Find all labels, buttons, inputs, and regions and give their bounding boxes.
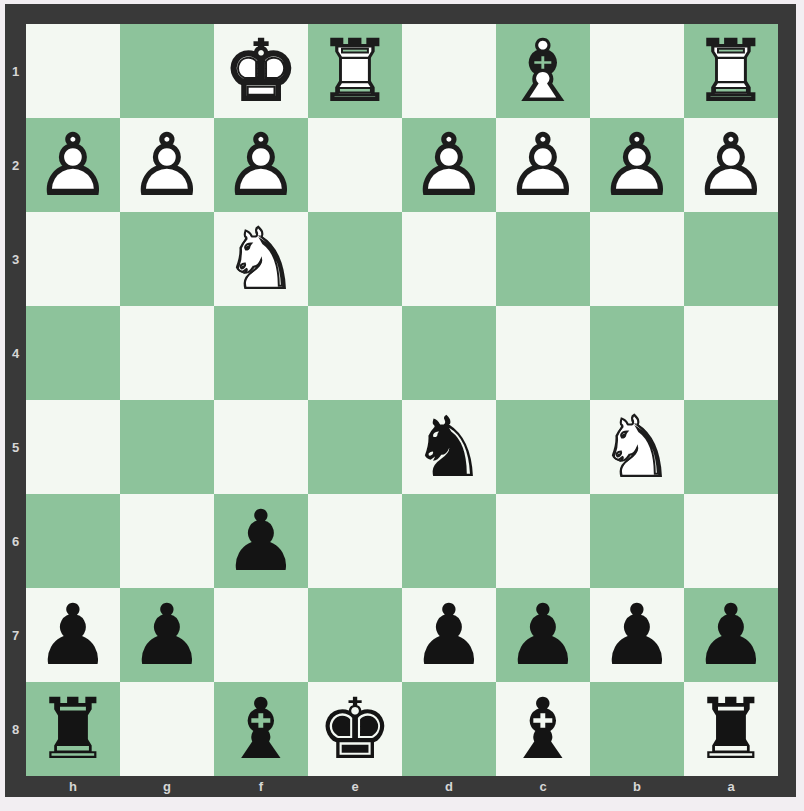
black-pawn-piece[interactable]: ♟ <box>684 588 778 682</box>
black-pawn-piece[interactable]: ♟ <box>402 588 496 682</box>
board: ♚♔♜♖♝♗♜♖♟♙♟♙♟♙♟♙♟♙♟♙♟♙♞♘♞♞♘♟♟♟♟♟♟♟♜♝♚♝♜ <box>26 24 778 776</box>
square-e5[interactable] <box>308 400 402 494</box>
square-g8[interactable] <box>120 682 214 776</box>
piece-fill-glyph: ♟ <box>214 494 308 588</box>
square-g5[interactable] <box>120 400 214 494</box>
piece-outline-glyph: ♖ <box>308 24 402 118</box>
square-h2[interactable]: ♟♙ <box>26 118 120 212</box>
file-label-f: f <box>214 776 308 797</box>
square-b6[interactable] <box>590 494 684 588</box>
rank-label-1: 1 <box>5 24 26 118</box>
rank-label-4: 4 <box>5 306 26 400</box>
piece-fill-glyph: ♜ <box>26 682 120 776</box>
piece-outline-glyph: ♗ <box>496 24 590 118</box>
square-f7[interactable] <box>214 588 308 682</box>
square-a3[interactable] <box>684 212 778 306</box>
square-f2[interactable]: ♟♙ <box>214 118 308 212</box>
square-a4[interactable] <box>684 306 778 400</box>
white-pawn-piece[interactable]: ♟♙ <box>496 118 590 212</box>
white-pawn-piece[interactable]: ♟♙ <box>26 118 120 212</box>
rank-label-5: 5 <box>5 400 26 494</box>
piece-fill-glyph: ♟ <box>496 588 590 682</box>
square-b2[interactable]: ♟♙ <box>590 118 684 212</box>
white-knight-piece[interactable]: ♞♘ <box>590 400 684 494</box>
piece-outline-glyph: ♖ <box>684 24 778 118</box>
piece-fill-glyph: ♟ <box>120 588 214 682</box>
rank-label-3: 3 <box>5 212 26 306</box>
file-label-d: d <box>402 776 496 797</box>
square-d6[interactable] <box>402 494 496 588</box>
square-b8[interactable] <box>590 682 684 776</box>
piece-fill-glyph: ♟ <box>26 588 120 682</box>
square-h8[interactable]: ♜ <box>26 682 120 776</box>
piece-outline-glyph: ♙ <box>214 118 308 212</box>
square-d5[interactable]: ♞ <box>402 400 496 494</box>
piece-fill-glyph: ♚ <box>308 682 402 776</box>
piece-fill-glyph: ♟ <box>684 118 778 212</box>
square-g6[interactable] <box>120 494 214 588</box>
square-h6[interactable] <box>26 494 120 588</box>
square-g1[interactable] <box>120 24 214 118</box>
file-label-g: g <box>120 776 214 797</box>
piece-fill-glyph: ♝ <box>496 24 590 118</box>
rank-label-8: 8 <box>5 682 26 776</box>
square-a1[interactable]: ♜♖ <box>684 24 778 118</box>
black-bishop-piece[interactable]: ♝ <box>214 682 308 776</box>
square-a8[interactable]: ♜ <box>684 682 778 776</box>
piece-fill-glyph: ♚ <box>214 24 308 118</box>
rank-label-7: 7 <box>5 588 26 682</box>
square-e7[interactable] <box>308 588 402 682</box>
rank-label-6: 6 <box>5 494 26 588</box>
square-e3[interactable] <box>308 212 402 306</box>
square-e1[interactable]: ♜♖ <box>308 24 402 118</box>
square-c8[interactable]: ♝ <box>496 682 590 776</box>
white-bishop-piece[interactable]: ♝♗ <box>496 24 590 118</box>
square-c6[interactable] <box>496 494 590 588</box>
square-c7[interactable]: ♟ <box>496 588 590 682</box>
black-pawn-piece[interactable]: ♟ <box>590 588 684 682</box>
square-d8[interactable] <box>402 682 496 776</box>
square-g2[interactable]: ♟♙ <box>120 118 214 212</box>
square-a6[interactable] <box>684 494 778 588</box>
black-rook-piece[interactable]: ♜ <box>684 682 778 776</box>
square-d1[interactable] <box>402 24 496 118</box>
rank-label-2: 2 <box>5 118 26 212</box>
piece-fill-glyph: ♝ <box>214 682 308 776</box>
square-a2[interactable]: ♟♙ <box>684 118 778 212</box>
square-c4[interactable] <box>496 306 590 400</box>
square-g7[interactable]: ♟ <box>120 588 214 682</box>
square-d7[interactable]: ♟ <box>402 588 496 682</box>
file-labels: hgfedcba <box>26 776 778 797</box>
piece-fill-glyph: ♟ <box>214 118 308 212</box>
square-b4[interactable] <box>590 306 684 400</box>
piece-outline-glyph: ♘ <box>214 212 308 306</box>
square-f4[interactable] <box>214 306 308 400</box>
square-e6[interactable] <box>308 494 402 588</box>
square-e2[interactable] <box>308 118 402 212</box>
square-g4[interactable] <box>120 306 214 400</box>
square-f5[interactable] <box>214 400 308 494</box>
white-knight-piece[interactable]: ♞♘ <box>214 212 308 306</box>
square-a7[interactable]: ♟ <box>684 588 778 682</box>
square-a5[interactable] <box>684 400 778 494</box>
piece-outline-glyph: ♙ <box>26 118 120 212</box>
black-pawn-piece[interactable]: ♟ <box>120 588 214 682</box>
square-d2[interactable]: ♟♙ <box>402 118 496 212</box>
black-rook-piece[interactable]: ♜ <box>26 682 120 776</box>
white-rook-piece[interactable]: ♜♖ <box>308 24 402 118</box>
piece-fill-glyph: ♜ <box>684 24 778 118</box>
chess-app-page: 12345678 ♚♔♜♖♝♗♜♖♟♙♟♙♟♙♟♙♟♙♟♙♟♙♞♘♞♞♘♟♟♟♟… <box>0 0 804 811</box>
black-pawn-piece[interactable]: ♟ <box>496 588 590 682</box>
black-bishop-piece[interactable]: ♝ <box>496 682 590 776</box>
square-g3[interactable] <box>120 212 214 306</box>
white-king-piece[interactable]: ♚♔ <box>214 24 308 118</box>
square-b3[interactable] <box>590 212 684 306</box>
piece-fill-glyph: ♟ <box>402 118 496 212</box>
square-f3[interactable]: ♞♘ <box>214 212 308 306</box>
piece-fill-glyph: ♟ <box>120 118 214 212</box>
rank-labels: 12345678 <box>5 24 26 776</box>
file-label-c: c <box>496 776 590 797</box>
square-h4[interactable] <box>26 306 120 400</box>
board-frame: 12345678 ♚♔♜♖♝♗♜♖♟♙♟♙♟♙♟♙♟♙♟♙♟♙♞♘♞♞♘♟♟♟♟… <box>5 4 796 797</box>
square-c3[interactable] <box>496 212 590 306</box>
black-king-piece[interactable]: ♚ <box>308 682 402 776</box>
square-h5[interactable] <box>26 400 120 494</box>
white-pawn-piece[interactable]: ♟♙ <box>120 118 214 212</box>
file-label-h: h <box>26 776 120 797</box>
piece-fill-glyph: ♟ <box>26 118 120 212</box>
piece-outline-glyph: ♘ <box>590 400 684 494</box>
square-d4[interactable] <box>402 306 496 400</box>
white-pawn-piece[interactable]: ♟♙ <box>214 118 308 212</box>
piece-outline-glyph: ♙ <box>402 118 496 212</box>
white-pawn-piece[interactable]: ♟♙ <box>590 118 684 212</box>
white-rook-piece[interactable]: ♜♖ <box>684 24 778 118</box>
piece-fill-glyph: ♞ <box>590 400 684 494</box>
square-f8[interactable]: ♝ <box>214 682 308 776</box>
piece-outline-glyph: ♔ <box>214 24 308 118</box>
piece-fill-glyph: ♞ <box>402 400 496 494</box>
white-pawn-piece[interactable]: ♟♙ <box>684 118 778 212</box>
file-label-e: e <box>308 776 402 797</box>
black-pawn-piece[interactable]: ♟ <box>214 494 308 588</box>
square-c1[interactable]: ♝♗ <box>496 24 590 118</box>
square-b1[interactable] <box>590 24 684 118</box>
white-pawn-piece[interactable]: ♟♙ <box>402 118 496 212</box>
piece-fill-glyph: ♟ <box>402 588 496 682</box>
square-b5[interactable]: ♞♘ <box>590 400 684 494</box>
square-d3[interactable] <box>402 212 496 306</box>
piece-fill-glyph: ♜ <box>684 682 778 776</box>
black-knight-piece[interactable]: ♞ <box>402 400 496 494</box>
square-c5[interactable] <box>496 400 590 494</box>
file-label-a: a <box>684 776 778 797</box>
square-f1[interactable]: ♚♔ <box>214 24 308 118</box>
square-h7[interactable]: ♟ <box>26 588 120 682</box>
piece-outline-glyph: ♙ <box>120 118 214 212</box>
square-e8[interactable]: ♚ <box>308 682 402 776</box>
piece-fill-glyph: ♟ <box>590 588 684 682</box>
square-e4[interactable] <box>308 306 402 400</box>
square-f6[interactable]: ♟ <box>214 494 308 588</box>
square-c2[interactable]: ♟♙ <box>496 118 590 212</box>
piece-outline-glyph: ♙ <box>590 118 684 212</box>
square-b7[interactable]: ♟ <box>590 588 684 682</box>
piece-fill-glyph: ♜ <box>308 24 402 118</box>
piece-fill-glyph: ♞ <box>214 212 308 306</box>
piece-outline-glyph: ♙ <box>496 118 590 212</box>
black-pawn-piece[interactable]: ♟ <box>26 588 120 682</box>
square-h3[interactable] <box>26 212 120 306</box>
file-label-b: b <box>590 776 684 797</box>
square-h1[interactable] <box>26 24 120 118</box>
piece-fill-glyph: ♟ <box>684 588 778 682</box>
piece-outline-glyph: ♙ <box>684 118 778 212</box>
piece-fill-glyph: ♟ <box>590 118 684 212</box>
piece-fill-glyph: ♟ <box>496 118 590 212</box>
piece-fill-glyph: ♝ <box>496 682 590 776</box>
